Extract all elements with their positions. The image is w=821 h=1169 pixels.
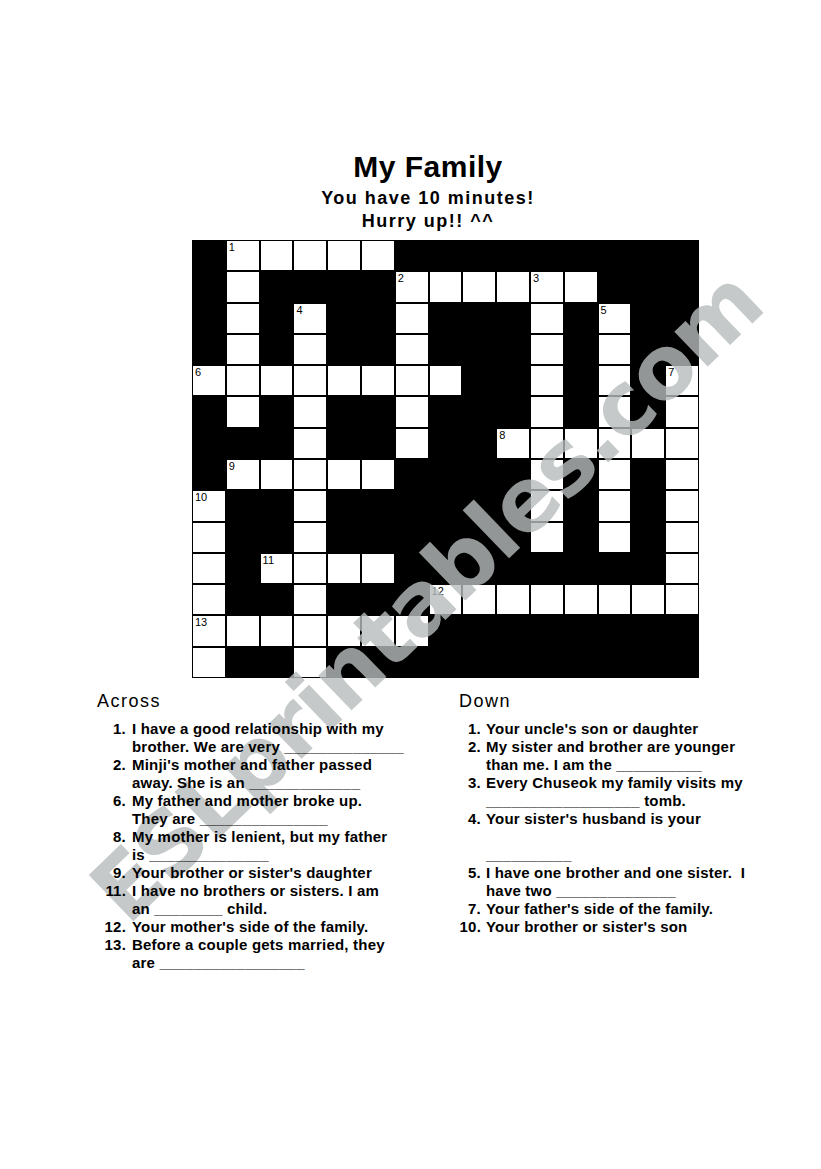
grid-cell-r5c11[interactable]	[530, 365, 564, 396]
grid-block	[631, 240, 665, 271]
grid-cell-r5c2[interactable]	[226, 365, 260, 396]
grid-block	[665, 334, 699, 365]
grid-cell-r9c1[interactable]: 10	[192, 490, 226, 521]
grid-cell-r12c1[interactable]	[192, 584, 226, 615]
grid-cell-r5c6[interactable]	[361, 365, 395, 396]
grid-cell-r10c15[interactable]	[665, 522, 699, 553]
grid-block	[665, 647, 699, 678]
grid-block	[496, 396, 530, 427]
grid-block	[361, 396, 395, 427]
clue-label: 1.	[453, 720, 486, 738]
clue-label: 11.	[97, 882, 132, 900]
grid-block	[462, 522, 496, 553]
grid-block	[226, 490, 260, 521]
grid-block	[429, 490, 463, 521]
grid-block	[530, 553, 564, 584]
grid-block	[361, 490, 395, 521]
grid-cell-r8c15[interactable]	[665, 459, 699, 490]
clue-number-7: 7	[668, 366, 674, 378]
grid-block	[429, 553, 463, 584]
grid-cell-r4c11[interactable]	[530, 334, 564, 365]
down-clue-1: 1.Your uncle's son or daughter	[453, 720, 818, 738]
clue-number-10: 10	[195, 491, 207, 503]
grid-cell-r1c2[interactable]: 1	[226, 240, 260, 271]
grid-block	[564, 365, 598, 396]
across-clue-1: 1.I have a good relationship with my bro…	[97, 720, 449, 756]
grid-cell-r13c6[interactable]	[361, 615, 395, 646]
grid-cell-r6c13[interactable]	[598, 396, 632, 427]
clue-text: Your uncle's son or daughter	[486, 720, 698, 738]
clue-number-13: 13	[195, 616, 207, 628]
grid-cell-r3c13[interactable]: 5	[598, 303, 632, 334]
grid-cell-r5c3[interactable]	[260, 365, 294, 396]
grid-cell-r7c15[interactable]	[665, 428, 699, 459]
grid-cell-r11c6[interactable]	[361, 553, 395, 584]
grid-block	[361, 334, 395, 365]
grid-block	[564, 522, 598, 553]
grid-block	[327, 647, 361, 678]
grid-block	[260, 303, 294, 334]
across-clues-section: Across 1.I have a good relationship with…	[97, 691, 449, 972]
grid-cell-r8c4[interactable]	[293, 459, 327, 490]
clue-text: Your father's side of the family.	[486, 900, 713, 918]
clue-text: I have no brothers or sisters. I am an _…	[132, 882, 379, 918]
grid-block	[260, 334, 294, 365]
grid-cell-r6c11[interactable]	[530, 396, 564, 427]
grid-block	[631, 396, 665, 427]
across-header: Across	[97, 691, 449, 712]
across-clue-list: 1.I have a good relationship with my bro…	[97, 720, 449, 972]
grid-cell-r13c5[interactable]	[327, 615, 361, 646]
grid-cell-r5c8[interactable]	[429, 365, 463, 396]
grid-cell-r1c5[interactable]	[327, 240, 361, 271]
clue-number-6: 6	[195, 366, 201, 378]
grid-cell-r7c10[interactable]: 8	[496, 428, 530, 459]
grid-block	[192, 303, 226, 334]
across-clue-2: 2.Minji's mother and father passed away.…	[97, 756, 449, 792]
grid-cell-r10c13[interactable]	[598, 522, 632, 553]
down-clue-list: 1.Your uncle's son or daughter2.My siste…	[453, 720, 818, 936]
clue-label: 7.	[453, 900, 486, 918]
grid-cell-r6c15[interactable]	[665, 396, 699, 427]
clue-label: 9.	[97, 864, 132, 882]
down-header: Down	[459, 691, 818, 712]
grid-block	[327, 271, 361, 302]
grid-block	[631, 490, 665, 521]
grid-block	[564, 334, 598, 365]
grid-cell-r6c7[interactable]	[395, 396, 429, 427]
grid-block	[665, 615, 699, 646]
grid-block	[260, 396, 294, 427]
grid-block	[361, 647, 395, 678]
clue-label: 10.	[453, 918, 486, 936]
down-clue-7: 7.Your father's side of the family.	[453, 900, 818, 918]
grid-cell-r2c10[interactable]	[496, 271, 530, 302]
clue-text: I have a good relationship with my broth…	[132, 720, 404, 756]
grid-block	[530, 240, 564, 271]
grid-block	[631, 459, 665, 490]
grid-cell-r13c4[interactable]	[293, 615, 327, 646]
grid-cell-r3c2[interactable]	[226, 303, 260, 334]
grid-block	[631, 522, 665, 553]
grid-cell-r1c3[interactable]	[260, 240, 294, 271]
clue-number-3: 3	[533, 272, 539, 284]
grid-cell-r2c12[interactable]	[564, 271, 598, 302]
down-clue-4: 4.Your sister's husband is your ________…	[453, 810, 818, 864]
grid-cell-r5c4[interactable]	[293, 365, 327, 396]
grid-cell-r12c12[interactable]	[564, 584, 598, 615]
grid-block	[260, 584, 294, 615]
grid-block	[598, 647, 632, 678]
grid-cell-r1c6[interactable]	[361, 240, 395, 271]
grid-block	[395, 647, 429, 678]
grid-block	[429, 428, 463, 459]
grid-cell-r4c2[interactable]	[226, 334, 260, 365]
grid-cell-r7c4[interactable]	[293, 428, 327, 459]
grid-block	[496, 615, 530, 646]
grid-block	[429, 396, 463, 427]
clue-label: 6.	[97, 792, 132, 810]
grid-cell-r7c14[interactable]	[631, 428, 665, 459]
grid-cell-r12c4[interactable]	[293, 584, 327, 615]
page-subtitle-time: You have 10 minutes!	[122, 188, 734, 209]
across-clue-13: 13.Before a couple gets married, they ar…	[97, 936, 449, 972]
grid-cell-r11c1[interactable]	[192, 553, 226, 584]
grid-block	[260, 271, 294, 302]
grid-cell-r9c4[interactable]	[293, 490, 327, 521]
grid-block	[462, 428, 496, 459]
grid-block	[395, 522, 429, 553]
grid-block	[462, 240, 496, 271]
grid-block	[395, 490, 429, 521]
across-clue-8: 8.My mother is lenient, but my father is…	[97, 828, 449, 864]
clue-number-9: 9	[229, 460, 235, 472]
clue-number-12: 12	[432, 585, 444, 597]
clue-number-4: 4	[296, 304, 302, 316]
grid-block	[564, 459, 598, 490]
grid-cell-r7c13[interactable]	[598, 428, 632, 459]
grid-cell-r11c5[interactable]	[327, 553, 361, 584]
grid-cell-r3c7[interactable]	[395, 303, 429, 334]
grid-cell-r12c15[interactable]	[665, 584, 699, 615]
grid-cell-r5c1[interactable]: 6	[192, 365, 226, 396]
grid-cell-r10c11[interactable]	[530, 522, 564, 553]
grid-cell-r7c12[interactable]	[564, 428, 598, 459]
grid-block	[395, 459, 429, 490]
grid-block	[665, 271, 699, 302]
clue-text: My mother is lenient, but my father is _…	[132, 828, 387, 864]
clue-number-11: 11	[263, 554, 274, 566]
grid-block	[462, 396, 496, 427]
grid-block	[631, 334, 665, 365]
grid-cell-r6c4[interactable]	[293, 396, 327, 427]
grid-cell-r2c9[interactable]	[462, 271, 496, 302]
grid-cell-r13c3[interactable]	[260, 615, 294, 646]
clue-text: I have one brother and one sister. I hav…	[486, 864, 745, 900]
grid-block	[361, 303, 395, 334]
grid-block	[564, 303, 598, 334]
grid-block	[564, 490, 598, 521]
grid-block	[631, 271, 665, 302]
grid-cell-r8c11[interactable]	[530, 459, 564, 490]
grid-cell-r1c4[interactable]	[293, 240, 327, 271]
clue-text: Before a couple gets married, they are _…	[132, 936, 385, 972]
grid-block	[496, 334, 530, 365]
grid-block	[462, 334, 496, 365]
grid-cell-r2c2[interactable]	[226, 271, 260, 302]
grid-cell-r8c3[interactable]	[260, 459, 294, 490]
grid-cell-r14c1[interactable]	[192, 647, 226, 678]
grid-cell-r12c10[interactable]	[496, 584, 530, 615]
grid-block	[631, 303, 665, 334]
clue-label: 1.	[97, 720, 132, 738]
clue-text: Your brother or sister's daughter	[132, 864, 372, 882]
clue-text: Every Chuseok my family visits my ______…	[486, 774, 743, 810]
grid-cell-r6c2[interactable]	[226, 396, 260, 427]
across-clue-12: 12.Your mother's side of the family.	[97, 918, 449, 936]
grid-block	[226, 553, 260, 584]
grid-block	[598, 240, 632, 271]
clue-label: 8.	[97, 828, 132, 846]
clue-text: Your sister's husband is your __________	[486, 810, 701, 864]
clue-number-2: 2	[398, 272, 404, 284]
grid-block	[462, 615, 496, 646]
grid-block	[395, 584, 429, 615]
grid-cell-r10c1[interactable]	[192, 522, 226, 553]
grid-cell-r7c7[interactable]	[395, 428, 429, 459]
grid-block	[260, 428, 294, 459]
grid-block	[192, 334, 226, 365]
grid-cell-r13c7[interactable]	[395, 615, 429, 646]
grid-block	[192, 396, 226, 427]
grid-cell-r3c11[interactable]	[530, 303, 564, 334]
down-clue-3: 3.Every Chuseok my family visits my ____…	[453, 774, 818, 810]
grid-cell-r12c14[interactable]	[631, 584, 665, 615]
grid-block	[564, 647, 598, 678]
grid-cell-r8c2[interactable]: 9	[226, 459, 260, 490]
grid-block	[496, 553, 530, 584]
grid-cell-r12c13[interactable]	[598, 584, 632, 615]
grid-cell-r10c4[interactable]	[293, 522, 327, 553]
grid-cell-r5c5[interactable]	[327, 365, 361, 396]
grid-block	[462, 553, 496, 584]
grid-block	[564, 396, 598, 427]
grid-cell-r4c13[interactable]	[598, 334, 632, 365]
grid-block	[226, 584, 260, 615]
across-clue-9: 9.Your brother or sister's daughter	[97, 864, 449, 882]
grid-cell-r4c4[interactable]	[293, 334, 327, 365]
clue-label: 13.	[97, 936, 132, 954]
down-clue-5: 5.I have one brother and one sister. I h…	[453, 864, 818, 900]
clue-text: My sister and brother are younger than m…	[486, 738, 735, 774]
grid-cell-r5c15[interactable]: 7	[665, 365, 699, 396]
grid-block	[496, 303, 530, 334]
clue-number-8: 8	[499, 429, 505, 441]
grid-block	[530, 615, 564, 646]
grid-cell-r8c5[interactable]	[327, 459, 361, 490]
grid-block	[429, 647, 463, 678]
grid-cell-r2c11[interactable]: 3	[530, 271, 564, 302]
grid-block	[260, 490, 294, 521]
clue-number-5: 5	[601, 304, 607, 316]
grid-block	[665, 303, 699, 334]
grid-block	[192, 240, 226, 271]
grid-block	[260, 647, 294, 678]
grid-block	[226, 647, 260, 678]
grid-cell-r11c3[interactable]: 11	[260, 553, 294, 584]
grid-block	[462, 459, 496, 490]
grid-block	[327, 334, 361, 365]
clue-label: 4.	[453, 810, 486, 828]
down-clues-section: Down 1.Your uncle's son or daughter2.My …	[453, 691, 818, 936]
grid-block	[429, 459, 463, 490]
grid-block	[496, 522, 530, 553]
grid-block	[429, 615, 463, 646]
grid-cell-r2c8[interactable]	[429, 271, 463, 302]
grid-cell-r7c11[interactable]	[530, 428, 564, 459]
clue-label: 12.	[97, 918, 132, 936]
grid-block	[598, 553, 632, 584]
clue-label: 2.	[453, 738, 486, 756]
grid-block	[327, 522, 361, 553]
grid-block	[496, 365, 530, 396]
grid-block	[192, 459, 226, 490]
grid-block	[395, 553, 429, 584]
grid-cell-r5c13[interactable]	[598, 365, 632, 396]
grid-block	[598, 615, 632, 646]
page-subtitle-hurry: Hurry up!! ^^	[122, 211, 734, 232]
grid-block	[429, 303, 463, 334]
clue-text: My father and mother broke up. They are …	[132, 792, 362, 828]
clue-label: 5.	[453, 864, 486, 882]
grid-block	[293, 271, 327, 302]
grid-block	[226, 428, 260, 459]
grid-block	[429, 522, 463, 553]
grid-block	[192, 271, 226, 302]
grid-cell-r11c4[interactable]	[293, 553, 327, 584]
grid-block	[631, 553, 665, 584]
across-clue-11: 11.I have no brothers or sisters. I am a…	[97, 882, 449, 918]
grid-block	[631, 365, 665, 396]
grid-block	[530, 647, 564, 678]
clue-label: 2.	[97, 756, 132, 774]
grid-cell-r9c15[interactable]	[665, 490, 699, 521]
grid-block	[395, 240, 429, 271]
clue-text: Your mother's side of the family.	[132, 918, 368, 936]
grid-cell-r8c13[interactable]	[598, 459, 632, 490]
grid-block	[598, 271, 632, 302]
grid-cell-r11c15[interactable]	[665, 553, 699, 584]
grid-block	[564, 615, 598, 646]
grid-block	[361, 428, 395, 459]
clue-label: 3.	[453, 774, 486, 792]
grid-block	[631, 647, 665, 678]
grid-block	[361, 271, 395, 302]
clue-text: Your brother or sister's son	[486, 918, 687, 936]
grid-block	[631, 615, 665, 646]
grid-cell-r9c13[interactable]	[598, 490, 632, 521]
grid-block	[429, 334, 463, 365]
grid-block	[361, 584, 395, 615]
grid-block	[496, 240, 530, 271]
clue-number-1: 1	[229, 241, 235, 253]
grid-block	[327, 396, 361, 427]
grid-cell-r9c11[interactable]	[530, 490, 564, 521]
grid-block	[327, 428, 361, 459]
crossword-grid: 12345678910111213	[192, 240, 699, 678]
clue-text: Minji's mother and father passed away. S…	[132, 756, 372, 792]
grid-block	[260, 522, 294, 553]
grid-block	[462, 365, 496, 396]
down-clue-10: 10.Your brother or sister's son	[453, 918, 818, 936]
grid-block	[327, 584, 361, 615]
grid-block	[564, 240, 598, 271]
grid-block	[665, 240, 699, 271]
grid-cell-r14c4[interactable]	[293, 647, 327, 678]
grid-cell-r12c9[interactable]	[462, 584, 496, 615]
grid-block	[192, 428, 226, 459]
grid-block	[462, 303, 496, 334]
grid-block	[496, 459, 530, 490]
grid-block	[429, 240, 463, 271]
grid-cell-r13c2[interactable]	[226, 615, 260, 646]
grid-block	[226, 522, 260, 553]
grid-cell-r5c7[interactable]	[395, 365, 429, 396]
grid-block	[496, 490, 530, 521]
grid-block	[361, 522, 395, 553]
grid-block	[496, 647, 530, 678]
grid-cell-r3c4[interactable]: 4	[293, 303, 327, 334]
grid-block	[564, 553, 598, 584]
grid-cell-r13c1[interactable]: 13	[192, 615, 226, 646]
down-clue-2: 2.My sister and brother are younger than…	[453, 738, 818, 774]
grid-block	[462, 647, 496, 678]
grid-cell-r8c6[interactable]	[361, 459, 395, 490]
grid-cell-r12c11[interactable]	[530, 584, 564, 615]
grid-cell-r12c8[interactable]: 12	[429, 584, 463, 615]
grid-block	[327, 490, 361, 521]
page-title: My Family	[122, 150, 734, 184]
grid-block	[462, 490, 496, 521]
grid-cell-r2c7[interactable]: 2	[395, 271, 429, 302]
grid-cell-r4c7[interactable]	[395, 334, 429, 365]
across-clue-6: 6.My father and mother broke up. They ar…	[97, 792, 449, 828]
grid-block	[327, 303, 361, 334]
